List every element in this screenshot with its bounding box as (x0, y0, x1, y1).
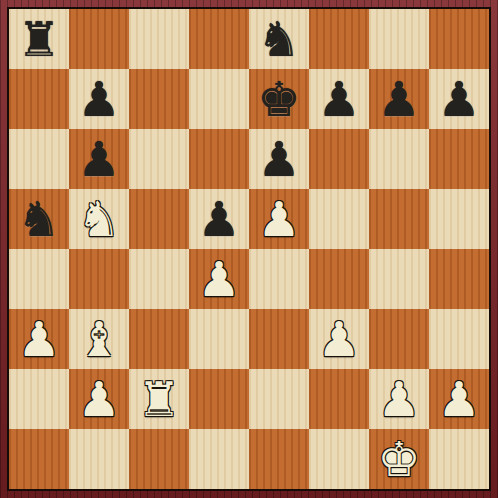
square-a8[interactable]: ♜ (9, 9, 69, 69)
square-f5[interactable] (309, 189, 369, 249)
square-e7[interactable]: ♚ (249, 69, 309, 129)
square-f1[interactable] (309, 429, 369, 489)
black-pawn[interactable]: ♟ (257, 129, 300, 189)
square-f6[interactable] (309, 129, 369, 189)
square-f4[interactable] (309, 249, 369, 309)
square-d8[interactable] (189, 9, 249, 69)
square-g6[interactable] (369, 129, 429, 189)
white-rook[interactable]: ♜ (137, 369, 180, 429)
square-a7[interactable] (9, 69, 69, 129)
square-f3[interactable]: ♟ (309, 309, 369, 369)
square-h7[interactable]: ♟ (429, 69, 489, 129)
white-pawn[interactable]: ♟ (377, 369, 420, 429)
white-pawn[interactable]: ♟ (77, 369, 120, 429)
square-d2[interactable] (189, 369, 249, 429)
square-g2[interactable]: ♟ (369, 369, 429, 429)
black-pawn[interactable]: ♟ (197, 189, 240, 249)
square-h8[interactable] (429, 9, 489, 69)
square-g4[interactable] (369, 249, 429, 309)
square-d1[interactable] (189, 429, 249, 489)
square-e5[interactable]: ♟ (249, 189, 309, 249)
square-h5[interactable] (429, 189, 489, 249)
white-pawn[interactable]: ♟ (257, 189, 300, 249)
square-a3[interactable]: ♟ (9, 309, 69, 369)
square-c3[interactable] (129, 309, 189, 369)
square-b2[interactable]: ♟ (69, 369, 129, 429)
white-bishop[interactable]: ♝ (77, 309, 120, 369)
square-h3[interactable] (429, 309, 489, 369)
square-a4[interactable] (9, 249, 69, 309)
square-a2[interactable] (9, 369, 69, 429)
square-c8[interactable] (129, 9, 189, 69)
board-frame: ♜♞♟♚♟♟♟♟♟♞♞♟♟♟♟♝♟♟♜♟♟♚ (0, 0, 498, 498)
white-pawn[interactable]: ♟ (17, 309, 60, 369)
square-e6[interactable]: ♟ (249, 129, 309, 189)
square-c5[interactable] (129, 189, 189, 249)
square-e8[interactable]: ♞ (249, 9, 309, 69)
black-pawn[interactable]: ♟ (437, 69, 480, 129)
square-c1[interactable] (129, 429, 189, 489)
square-c4[interactable] (129, 249, 189, 309)
square-g7[interactable]: ♟ (369, 69, 429, 129)
square-g3[interactable] (369, 309, 429, 369)
square-b5[interactable]: ♞ (69, 189, 129, 249)
square-b6[interactable]: ♟ (69, 129, 129, 189)
black-pawn[interactable]: ♟ (77, 69, 120, 129)
black-knight[interactable]: ♞ (17, 189, 60, 249)
square-g8[interactable] (369, 9, 429, 69)
square-b8[interactable] (69, 9, 129, 69)
square-e2[interactable] (249, 369, 309, 429)
square-d4[interactable]: ♟ (189, 249, 249, 309)
square-e1[interactable] (249, 429, 309, 489)
square-d7[interactable] (189, 69, 249, 129)
white-pawn[interactable]: ♟ (437, 369, 480, 429)
white-pawn[interactable]: ♟ (197, 249, 240, 309)
black-pawn[interactable]: ♟ (377, 69, 420, 129)
square-b7[interactable]: ♟ (69, 69, 129, 129)
white-king[interactable]: ♚ (377, 429, 420, 489)
square-e4[interactable] (249, 249, 309, 309)
square-b3[interactable]: ♝ (69, 309, 129, 369)
square-f7[interactable]: ♟ (309, 69, 369, 129)
square-a6[interactable] (9, 129, 69, 189)
black-pawn[interactable]: ♟ (77, 129, 120, 189)
square-h6[interactable] (429, 129, 489, 189)
black-rook[interactable]: ♜ (17, 9, 60, 69)
square-b4[interactable] (69, 249, 129, 309)
white-pawn[interactable]: ♟ (317, 309, 360, 369)
square-d6[interactable] (189, 129, 249, 189)
square-c6[interactable] (129, 129, 189, 189)
chess-board: ♜♞♟♚♟♟♟♟♟♞♞♟♟♟♟♝♟♟♜♟♟♚ (9, 9, 489, 489)
square-d3[interactable] (189, 309, 249, 369)
square-b1[interactable] (69, 429, 129, 489)
square-g5[interactable] (369, 189, 429, 249)
square-h1[interactable] (429, 429, 489, 489)
square-h2[interactable]: ♟ (429, 369, 489, 429)
black-king[interactable]: ♚ (257, 69, 300, 129)
square-e3[interactable] (249, 309, 309, 369)
white-knight[interactable]: ♞ (77, 189, 120, 249)
black-knight[interactable]: ♞ (257, 9, 300, 69)
square-f8[interactable] (309, 9, 369, 69)
square-a1[interactable] (9, 429, 69, 489)
square-g1[interactable]: ♚ (369, 429, 429, 489)
black-pawn[interactable]: ♟ (317, 69, 360, 129)
square-f2[interactable] (309, 369, 369, 429)
square-h4[interactable] (429, 249, 489, 309)
square-d5[interactable]: ♟ (189, 189, 249, 249)
square-a5[interactable]: ♞ (9, 189, 69, 249)
square-c7[interactable] (129, 69, 189, 129)
square-c2[interactable]: ♜ (129, 369, 189, 429)
